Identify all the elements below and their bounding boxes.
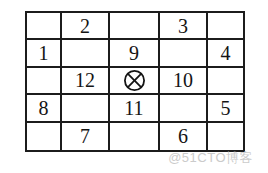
cell-r4c3: 11: [110, 95, 160, 122]
cell-r3c3-center: [110, 68, 160, 95]
cell-r5c5: [208, 123, 243, 150]
cell-r2c1: 1: [27, 40, 62, 67]
circled-times-icon: [123, 69, 146, 92]
cell-r1c5: [208, 13, 243, 40]
cell-r1c4: 3: [160, 13, 208, 40]
cell-r3c5: [208, 68, 243, 95]
cell-r1c2: 2: [62, 13, 110, 40]
cell-r1c1: [27, 13, 62, 40]
cell-r2c3: 9: [110, 40, 160, 67]
cell-r4c5: 5: [208, 95, 243, 122]
cell-r2c5: 4: [208, 40, 243, 67]
cell-r2c2: [62, 40, 110, 67]
cell-r5c4: 6: [160, 123, 208, 150]
watermark: @51CTO博客: [168, 149, 253, 167]
cell-r3c4: 10: [160, 68, 208, 95]
cell-r3c1: [27, 68, 62, 95]
cell-r1c3: [110, 13, 160, 40]
cell-r5c2: 7: [62, 123, 110, 150]
cell-r5c1: [27, 123, 62, 150]
cell-r3c2: 12: [62, 68, 110, 95]
cell-r4c1: 8: [27, 95, 62, 122]
puzzle-grid: 2 3 1 9 4 12 10 8 11 5 7 6: [25, 11, 245, 152]
cell-r4c4: [160, 95, 208, 122]
cell-r2c4: [160, 40, 208, 67]
cell-r4c2: [62, 95, 110, 122]
cell-r5c3: [110, 123, 160, 150]
